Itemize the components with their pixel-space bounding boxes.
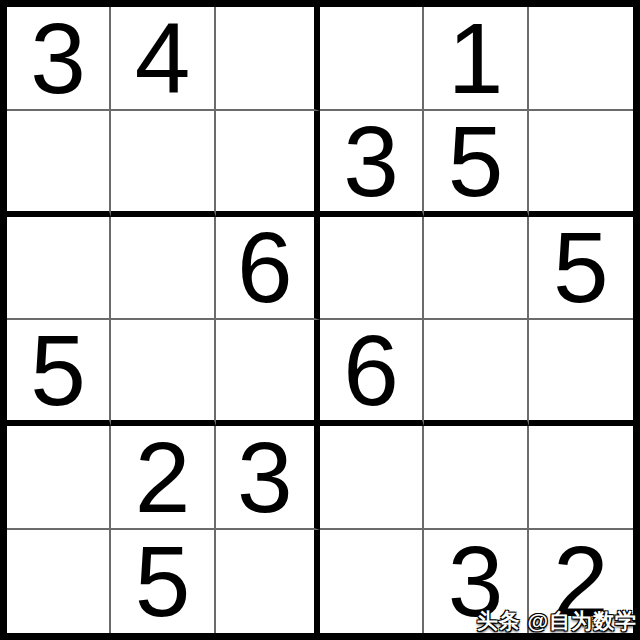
cell-r3c5[interactable]: [424, 217, 528, 321]
cell-r4c5[interactable]: [424, 320, 528, 426]
cell-r5c3[interactable]: 3: [216, 426, 320, 530]
cell-digit: 4: [135, 8, 191, 108]
cell-r2c4[interactable]: 3: [320, 111, 424, 217]
cell-r1c5[interactable]: 1: [424, 7, 528, 111]
cell-r5c6[interactable]: [529, 426, 633, 530]
cell-r6c2[interactable]: 5: [111, 530, 215, 634]
cell-r2c6[interactable]: [529, 111, 633, 217]
cell-r4c1[interactable]: 5: [7, 320, 111, 426]
cell-digit: 5: [30, 320, 86, 420]
cell-digit: 3: [343, 111, 399, 211]
cell-r3c2[interactable]: [111, 217, 215, 321]
cell-r5c1[interactable]: [7, 426, 111, 530]
cell-r4c6[interactable]: [529, 320, 633, 426]
cell-r2c1[interactable]: [7, 111, 111, 217]
cell-r2c5[interactable]: 5: [424, 111, 528, 217]
cell-digit: 5: [448, 111, 504, 211]
cell-r3c6[interactable]: 5: [529, 217, 633, 321]
cell-digit: 6: [237, 217, 293, 317]
cell-r1c3[interactable]: [216, 7, 320, 111]
cell-r4c3[interactable]: [216, 320, 320, 426]
cell-r4c2[interactable]: [111, 320, 215, 426]
cell-r1c2[interactable]: 4: [111, 7, 215, 111]
cell-digit: 5: [135, 531, 191, 631]
cell-r5c2[interactable]: 2: [111, 426, 215, 530]
cell-digit: 6: [343, 320, 399, 420]
cell-digit: 2: [135, 427, 191, 527]
cell-r4c4[interactable]: 6: [320, 320, 424, 426]
cell-r3c4[interactable]: [320, 217, 424, 321]
cell-r1c6[interactable]: [529, 7, 633, 111]
cell-r6c4[interactable]: [320, 530, 424, 634]
cell-r2c2[interactable]: [111, 111, 215, 217]
cell-r6c3[interactable]: [216, 530, 320, 634]
cell-r2c3[interactable]: [216, 111, 320, 217]
cell-r3c3[interactable]: 6: [216, 217, 320, 321]
cell-digit: 1: [448, 8, 504, 108]
cell-r1c1[interactable]: 3: [7, 7, 111, 111]
cell-digit: 3: [30, 8, 86, 108]
cell-digit: 5: [553, 217, 609, 317]
cell-r3c1[interactable]: [7, 217, 111, 321]
cell-digit: 3: [237, 427, 293, 527]
watermark: 头条 @自为数学: [477, 607, 637, 635]
sudoku-page: 34135655623532 头条 @自为数学: [0, 0, 640, 640]
cell-r5c5[interactable]: [424, 426, 528, 530]
cell-r6c1[interactable]: [7, 530, 111, 634]
cell-r5c4[interactable]: [320, 426, 424, 530]
sudoku-board: 34135655623532: [0, 0, 640, 640]
cell-r1c4[interactable]: [320, 7, 424, 111]
